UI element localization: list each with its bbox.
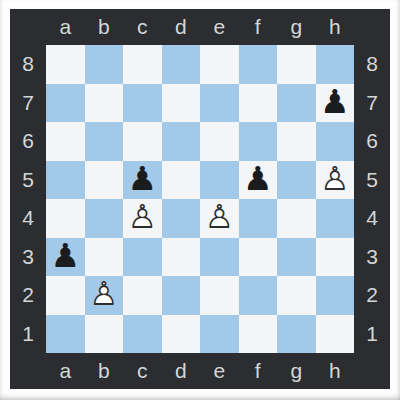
square-c7[interactable]	[123, 84, 162, 123]
rank-label-8: 8	[354, 45, 390, 84]
square-e6[interactable]	[200, 122, 239, 161]
black-pawn-h7[interactable]: ♟	[316, 84, 355, 123]
rank-label-3: 3	[354, 238, 390, 277]
square-d8[interactable]	[162, 45, 201, 84]
square-b3[interactable]	[85, 238, 124, 277]
white-pawn-h5[interactable]: ♟♙	[316, 161, 355, 200]
square-g7[interactable]	[277, 84, 316, 123]
rank-label-4: 4	[354, 199, 390, 238]
file-label-b: b	[85, 9, 124, 45]
rank-labels-right: 87654321	[354, 45, 390, 353]
file-label-c: c	[123, 353, 162, 389]
black-pawn-c5[interactable]: ♟	[123, 161, 162, 200]
rank-label-1: 1	[354, 315, 390, 354]
rank-label-7: 7	[354, 84, 390, 123]
file-label-f: f	[239, 9, 278, 45]
square-a2[interactable]	[46, 276, 85, 315]
square-a6[interactable]	[46, 122, 85, 161]
square-c1[interactable]	[123, 315, 162, 354]
black-pawn-a3[interactable]: ♟	[46, 238, 85, 277]
square-e8[interactable]	[200, 45, 239, 84]
square-f2[interactable]	[239, 276, 278, 315]
rank-label-4: 4	[10, 199, 46, 238]
file-labels-top: abcdefgh	[46, 9, 354, 45]
square-h5[interactable]: ♟♙	[316, 161, 355, 200]
square-g5[interactable]	[277, 161, 316, 200]
file-labels-bottom: abcdefgh	[46, 353, 354, 389]
square-c5[interactable]: ♟	[123, 161, 162, 200]
square-e5[interactable]	[200, 161, 239, 200]
square-g6[interactable]	[277, 122, 316, 161]
square-c8[interactable]	[123, 45, 162, 84]
square-d3[interactable]	[162, 238, 201, 277]
rank-label-2: 2	[10, 276, 46, 315]
rank-label-6: 6	[10, 122, 46, 161]
square-d4[interactable]	[162, 199, 201, 238]
square-e7[interactable]	[200, 84, 239, 123]
square-f6[interactable]	[239, 122, 278, 161]
square-f3[interactable]	[239, 238, 278, 277]
rank-label-6: 6	[354, 122, 390, 161]
square-a1[interactable]	[46, 315, 85, 354]
square-a8[interactable]	[46, 45, 85, 84]
square-h3[interactable]	[316, 238, 355, 277]
square-f5[interactable]: ♟	[239, 161, 278, 200]
file-label-h: h	[316, 353, 355, 389]
file-label-a: a	[46, 9, 85, 45]
file-label-g: g	[277, 9, 316, 45]
square-c6[interactable]	[123, 122, 162, 161]
square-c2[interactable]	[123, 276, 162, 315]
square-b2[interactable]: ♟♙	[85, 276, 124, 315]
square-d2[interactable]	[162, 276, 201, 315]
square-b7[interactable]	[85, 84, 124, 123]
square-e2[interactable]	[200, 276, 239, 315]
square-d6[interactable]	[162, 122, 201, 161]
white-pawn-e4[interactable]: ♟♙	[200, 199, 239, 238]
square-h6[interactable]	[316, 122, 355, 161]
square-f4[interactable]	[239, 199, 278, 238]
square-c4[interactable]: ♟♙	[123, 199, 162, 238]
file-label-g: g	[277, 353, 316, 389]
file-label-d: d	[162, 9, 201, 45]
file-label-a: a	[46, 353, 85, 389]
square-a5[interactable]	[46, 161, 85, 200]
square-h1[interactable]	[316, 315, 355, 354]
white-pawn-c4[interactable]: ♟♙	[123, 199, 162, 238]
file-label-f: f	[239, 353, 278, 389]
square-b6[interactable]	[85, 122, 124, 161]
square-b5[interactable]	[85, 161, 124, 200]
rank-label-3: 3	[10, 238, 46, 277]
square-c3[interactable]	[123, 238, 162, 277]
square-h4[interactable]	[316, 199, 355, 238]
chess-board-frame: abcdefgh abcdefgh 87654321 87654321 ♟♟♟♟…	[10, 9, 390, 389]
chess-board: ♟♟♟♟♙♟♙♟♙♟♟♙	[46, 45, 354, 353]
rank-labels-left: 87654321	[10, 45, 46, 353]
square-e3[interactable]	[200, 238, 239, 277]
square-f7[interactable]	[239, 84, 278, 123]
square-f8[interactable]	[239, 45, 278, 84]
square-g4[interactable]	[277, 199, 316, 238]
square-g8[interactable]	[277, 45, 316, 84]
rank-label-2: 2	[354, 276, 390, 315]
rank-label-5: 5	[10, 161, 46, 200]
white-pawn-b2[interactable]: ♟♙	[85, 276, 124, 315]
rank-label-8: 8	[10, 45, 46, 84]
black-pawn-f5[interactable]: ♟	[239, 161, 278, 200]
square-d1[interactable]	[162, 315, 201, 354]
square-h2[interactable]	[316, 276, 355, 315]
square-e1[interactable]	[200, 315, 239, 354]
file-label-c: c	[123, 9, 162, 45]
rank-label-7: 7	[10, 84, 46, 123]
square-g1[interactable]	[277, 315, 316, 354]
square-b8[interactable]	[85, 45, 124, 84]
square-g3[interactable]	[277, 238, 316, 277]
chess-diagram-photo: abcdefgh abcdefgh 87654321 87654321 ♟♟♟♟…	[0, 0, 400, 400]
square-d5[interactable]	[162, 161, 201, 200]
rank-label-5: 5	[354, 161, 390, 200]
square-a4[interactable]	[46, 199, 85, 238]
square-h8[interactable]	[316, 45, 355, 84]
square-b1[interactable]	[85, 315, 124, 354]
square-b4[interactable]	[85, 199, 124, 238]
rank-label-1: 1	[10, 315, 46, 354]
file-label-e: e	[200, 9, 239, 45]
file-label-e: e	[200, 353, 239, 389]
square-a3[interactable]: ♟	[46, 238, 85, 277]
square-f1[interactable]	[239, 315, 278, 354]
square-g2[interactable]	[277, 276, 316, 315]
square-a7[interactable]	[46, 84, 85, 123]
square-e4[interactable]: ♟♙	[200, 199, 239, 238]
file-label-b: b	[85, 353, 124, 389]
square-h7[interactable]: ♟	[316, 84, 355, 123]
file-label-d: d	[162, 353, 201, 389]
square-d7[interactable]	[162, 84, 201, 123]
file-label-h: h	[316, 9, 355, 45]
